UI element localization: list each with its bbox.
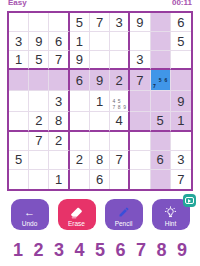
cell-r2c8[interactable] (151, 32, 171, 51)
toolbar: ← Undo Erase Pencil Hint (0, 199, 200, 230)
cell-r3c1[interactable]: 1 (9, 51, 29, 70)
number-pad: 123456789 (0, 239, 200, 261)
cell-r5c9[interactable]: 9 (171, 91, 191, 112)
hint-ad-badge (183, 194, 196, 207)
cell-r9c3[interactable]: 1 (49, 170, 69, 189)
cell-r3c9[interactable] (171, 51, 191, 70)
cell-r4c1[interactable] (9, 70, 29, 91)
cell-r9c6[interactable] (110, 170, 130, 189)
numpad-9[interactable]: 9 (177, 239, 187, 261)
cell-r2c7[interactable] (130, 32, 150, 51)
pencil-button[interactable]: Pencil (105, 199, 143, 230)
cell-r5c7[interactable] (130, 91, 150, 112)
cell-r3c5[interactable] (90, 51, 110, 70)
cell-r8c5[interactable]: 8 (90, 151, 110, 170)
cell-r6c7[interactable] (130, 112, 150, 131)
difficulty-label: Easy (8, 0, 27, 8)
cell-r7c8[interactable] (151, 132, 171, 151)
cell-r4c3[interactable] (49, 70, 69, 91)
cell-r8c2[interactable] (29, 151, 49, 170)
cell-r4c9[interactable] (171, 70, 191, 91)
cell-r9c1[interactable] (9, 170, 29, 189)
cell-r3c7[interactable]: 3 (130, 51, 150, 70)
pencil-icon (118, 204, 130, 220)
cell-r5c8[interactable] (151, 91, 171, 112)
cell-r7c1[interactable] (9, 132, 29, 151)
cell-r1c6[interactable]: 3 (110, 13, 130, 32)
hint-button[interactable]: Hint (152, 199, 190, 230)
cell-r5c4[interactable] (70, 91, 90, 112)
numpad-3[interactable]: 3 (54, 239, 64, 261)
cell-r2c3[interactable]: 6 (49, 32, 69, 51)
cell-r3c8[interactable] (151, 51, 171, 70)
cell-r4c5[interactable]: 9 (90, 70, 110, 91)
cell-r4c4[interactable]: 6 (70, 70, 90, 91)
cell-r6c1[interactable] (9, 112, 29, 131)
cell-r3c6[interactable] (110, 51, 130, 70)
cell-r6c6[interactable]: 4 (110, 112, 130, 131)
cell-r3c2[interactable]: 5 (29, 51, 49, 70)
erase-button[interactable]: Erase (58, 199, 96, 230)
lightbulb-icon (164, 204, 177, 220)
cell-r3c4[interactable]: 9 (70, 51, 90, 70)
numpad-5[interactable]: 5 (95, 239, 105, 261)
pencil-marks: 567 (151, 70, 170, 90)
cell-r7c4[interactable] (70, 132, 90, 151)
undo-button[interactable]: ← Undo (11, 199, 49, 230)
cell-r1c9[interactable]: 6 (171, 13, 191, 32)
cell-r7c9[interactable] (171, 132, 191, 151)
cell-r1c4[interactable]: 5 (70, 13, 90, 32)
cell-r9c9[interactable]: 7 (171, 170, 191, 189)
cell-r1c2[interactable] (29, 13, 49, 32)
cell-r7c3[interactable]: 2 (49, 132, 69, 151)
cell-r1c7[interactable]: 9 (130, 13, 150, 32)
cell-r6c5[interactable] (90, 112, 110, 131)
cell-r4c8[interactable]: 567 (151, 70, 171, 91)
cell-r8c4[interactable]: 2 (70, 151, 90, 170)
cell-r9c4[interactable] (70, 170, 90, 189)
cell-r2c1[interactable]: 3 (9, 32, 29, 51)
sudoku-board: 5739639615157936927567314578992845172528… (7, 11, 193, 191)
cell-r2c4[interactable]: 1 (70, 32, 90, 51)
cell-r8c9[interactable]: 3 (171, 151, 191, 170)
cell-r5c1[interactable] (9, 91, 29, 112)
cell-r7c5[interactable] (90, 132, 110, 151)
cell-r8c1[interactable]: 5 (9, 151, 29, 170)
numpad-6[interactable]: 6 (115, 239, 125, 261)
cell-r2c2[interactable]: 9 (29, 32, 49, 51)
cell-r5c6[interactable]: 45789 (110, 91, 130, 112)
numpad-2[interactable]: 2 (33, 239, 43, 261)
numpad-1[interactable]: 1 (13, 239, 23, 261)
cell-r7c6[interactable] (110, 132, 130, 151)
cell-r8c7[interactable] (130, 151, 150, 170)
timer: 00:11 (172, 0, 192, 8)
cell-r7c2[interactable]: 7 (29, 132, 49, 151)
cell-r8c3[interactable] (49, 151, 69, 170)
cell-r1c3[interactable] (49, 13, 69, 32)
cell-r5c2[interactable] (29, 91, 49, 112)
cell-r7c7[interactable] (130, 132, 150, 151)
cell-r9c7[interactable] (130, 170, 150, 189)
cell-r8c6[interactable]: 7 (110, 151, 130, 170)
cell-r4c2[interactable] (29, 70, 49, 91)
numpad-4[interactable]: 4 (74, 239, 84, 261)
numpad-7[interactable]: 7 (136, 239, 146, 261)
cell-r6c3[interactable]: 8 (49, 112, 69, 131)
cell-r5c5[interactable]: 1 (90, 91, 110, 112)
undo-arrow-icon: ← (24, 204, 35, 220)
cell-r3c3[interactable]: 7 (49, 51, 69, 70)
cell-r6c9[interactable]: 1 (171, 112, 191, 131)
cell-r6c4[interactable] (70, 112, 90, 131)
cell-r2c5[interactable] (90, 32, 110, 51)
cell-r5c3[interactable]: 3 (49, 91, 69, 112)
cell-r9c8[interactable] (151, 170, 171, 189)
cell-r2c9[interactable]: 5 (171, 32, 191, 51)
numpad-8[interactable]: 8 (156, 239, 166, 261)
cell-r6c8[interactable]: 5 (151, 112, 171, 131)
video-play-icon (185, 197, 194, 204)
top-bar: Easy 00:11 (0, 0, 200, 9)
eraser-icon (70, 204, 83, 220)
cell-r8c8[interactable]: 6 (151, 151, 171, 170)
cell-r1c5[interactable]: 7 (90, 13, 110, 32)
cell-r1c1[interactable] (9, 13, 29, 32)
cell-r6c2[interactable]: 2 (29, 112, 49, 131)
cell-r9c2[interactable] (29, 170, 49, 189)
cell-r1c8[interactable] (151, 13, 171, 32)
cell-r2c6[interactable] (110, 32, 130, 51)
cell-r4c7[interactable]: 7 (130, 70, 150, 91)
pencil-marks: 45789 (110, 91, 128, 111)
cell-r9c5[interactable]: 6 (90, 170, 110, 189)
cell-r4c6[interactable]: 2 (110, 70, 130, 91)
